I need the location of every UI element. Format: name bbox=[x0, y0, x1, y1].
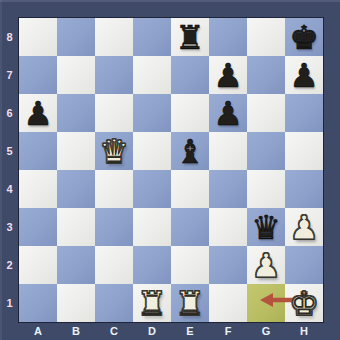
square-c2[interactable] bbox=[95, 246, 133, 284]
square-b1[interactable] bbox=[57, 284, 95, 322]
square-d7[interactable] bbox=[133, 56, 171, 94]
square-g3[interactable]: ♛ bbox=[247, 208, 285, 246]
square-e6[interactable] bbox=[171, 94, 209, 132]
square-b8[interactable] bbox=[57, 18, 95, 56]
square-h5[interactable] bbox=[285, 132, 323, 170]
square-c5[interactable]: ♛ bbox=[95, 132, 133, 170]
square-b5[interactable] bbox=[57, 132, 95, 170]
file-label-e: E bbox=[171, 321, 209, 340]
square-g1[interactable] bbox=[247, 284, 285, 322]
square-h4[interactable] bbox=[285, 170, 323, 208]
piece-black-rook[interactable]: ♜ bbox=[175, 21, 205, 54]
file-label-f: F bbox=[209, 321, 247, 340]
piece-black-pawn[interactable]: ♟ bbox=[23, 97, 53, 130]
square-g2[interactable]: ♟ bbox=[247, 246, 285, 284]
square-h1[interactable]: ♚ bbox=[285, 284, 323, 322]
square-b7[interactable] bbox=[57, 56, 95, 94]
square-e8[interactable]: ♜ bbox=[171, 18, 209, 56]
piece-white-pawn[interactable]: ♟ bbox=[251, 249, 281, 282]
rank-label-7: 7 bbox=[0, 56, 19, 94]
square-c4[interactable] bbox=[95, 170, 133, 208]
square-a2[interactable] bbox=[19, 246, 57, 284]
file-label-h: H bbox=[285, 321, 323, 340]
piece-white-king[interactable]: ♚ bbox=[289, 287, 319, 320]
rank-label-5: 5 bbox=[0, 132, 19, 170]
square-c8[interactable] bbox=[95, 18, 133, 56]
chessboard-frame: 8 7 6 5 4 3 2 1 ♜♚♟♟♟♟♛♝♛♟♟♜♜♚ A B C D E… bbox=[0, 0, 340, 340]
piece-black-pawn[interactable]: ♟ bbox=[213, 97, 243, 130]
file-label-b: B bbox=[57, 321, 95, 340]
square-a3[interactable] bbox=[19, 208, 57, 246]
file-label-a: A bbox=[19, 321, 57, 340]
rank-label-4: 4 bbox=[0, 170, 19, 208]
piece-black-queen[interactable]: ♛ bbox=[251, 211, 281, 244]
square-f5[interactable] bbox=[209, 132, 247, 170]
rank-label-1: 1 bbox=[0, 284, 19, 322]
rank-labels: 8 7 6 5 4 3 2 1 bbox=[0, 18, 19, 322]
square-f4[interactable] bbox=[209, 170, 247, 208]
square-d6[interactable] bbox=[133, 94, 171, 132]
file-label-c: C bbox=[95, 321, 133, 340]
square-g6[interactable] bbox=[247, 94, 285, 132]
square-c6[interactable] bbox=[95, 94, 133, 132]
square-e3[interactable] bbox=[171, 208, 209, 246]
square-c7[interactable] bbox=[95, 56, 133, 94]
rank-label-8: 8 bbox=[0, 18, 19, 56]
piece-white-rook[interactable]: ♜ bbox=[175, 287, 205, 320]
square-a8[interactable] bbox=[19, 18, 57, 56]
rank-label-3: 3 bbox=[0, 208, 19, 246]
board: ♜♚♟♟♟♟♛♝♛♟♟♜♜♚ bbox=[19, 18, 323, 322]
square-b4[interactable] bbox=[57, 170, 95, 208]
square-c1[interactable] bbox=[95, 284, 133, 322]
file-label-g: G bbox=[247, 321, 285, 340]
square-c3[interactable] bbox=[95, 208, 133, 246]
piece-white-rook[interactable]: ♜ bbox=[137, 287, 167, 320]
square-b2[interactable] bbox=[57, 246, 95, 284]
piece-black-bishop[interactable]: ♝ bbox=[175, 135, 205, 168]
square-d5[interactable] bbox=[133, 132, 171, 170]
square-g5[interactable] bbox=[247, 132, 285, 170]
square-a6[interactable]: ♟ bbox=[19, 94, 57, 132]
square-e4[interactable] bbox=[171, 170, 209, 208]
square-f2[interactable] bbox=[209, 246, 247, 284]
square-e7[interactable] bbox=[171, 56, 209, 94]
rank-label-2: 2 bbox=[0, 246, 19, 284]
piece-black-pawn[interactable]: ♟ bbox=[213, 59, 243, 92]
square-e1[interactable]: ♜ bbox=[171, 284, 209, 322]
square-a1[interactable] bbox=[19, 284, 57, 322]
square-e5[interactable]: ♝ bbox=[171, 132, 209, 170]
square-g7[interactable] bbox=[247, 56, 285, 94]
rank-label-6: 6 bbox=[0, 94, 19, 132]
file-label-d: D bbox=[133, 321, 171, 340]
square-h3[interactable]: ♟ bbox=[285, 208, 323, 246]
square-e2[interactable] bbox=[171, 246, 209, 284]
square-f1[interactable] bbox=[209, 284, 247, 322]
square-f8[interactable] bbox=[209, 18, 247, 56]
square-h7[interactable]: ♟ bbox=[285, 56, 323, 94]
square-a5[interactable] bbox=[19, 132, 57, 170]
square-b6[interactable] bbox=[57, 94, 95, 132]
square-b3[interactable] bbox=[57, 208, 95, 246]
file-labels: A B C D E F G H bbox=[19, 321, 323, 340]
square-g4[interactable] bbox=[247, 170, 285, 208]
piece-black-king[interactable]: ♚ bbox=[289, 21, 319, 54]
square-d4[interactable] bbox=[133, 170, 171, 208]
piece-white-queen[interactable]: ♛ bbox=[99, 135, 129, 168]
square-a4[interactable] bbox=[19, 170, 57, 208]
square-f7[interactable]: ♟ bbox=[209, 56, 247, 94]
square-f3[interactable] bbox=[209, 208, 247, 246]
square-d8[interactable] bbox=[133, 18, 171, 56]
square-f6[interactable]: ♟ bbox=[209, 94, 247, 132]
square-h2[interactable] bbox=[285, 246, 323, 284]
square-g8[interactable] bbox=[247, 18, 285, 56]
piece-black-pawn[interactable]: ♟ bbox=[289, 59, 319, 92]
square-d2[interactable] bbox=[133, 246, 171, 284]
square-a7[interactable] bbox=[19, 56, 57, 94]
square-d1[interactable]: ♜ bbox=[133, 284, 171, 322]
square-d3[interactable] bbox=[133, 208, 171, 246]
square-h6[interactable] bbox=[285, 94, 323, 132]
square-h8[interactable]: ♚ bbox=[285, 18, 323, 56]
piece-white-pawn[interactable]: ♟ bbox=[289, 211, 319, 244]
